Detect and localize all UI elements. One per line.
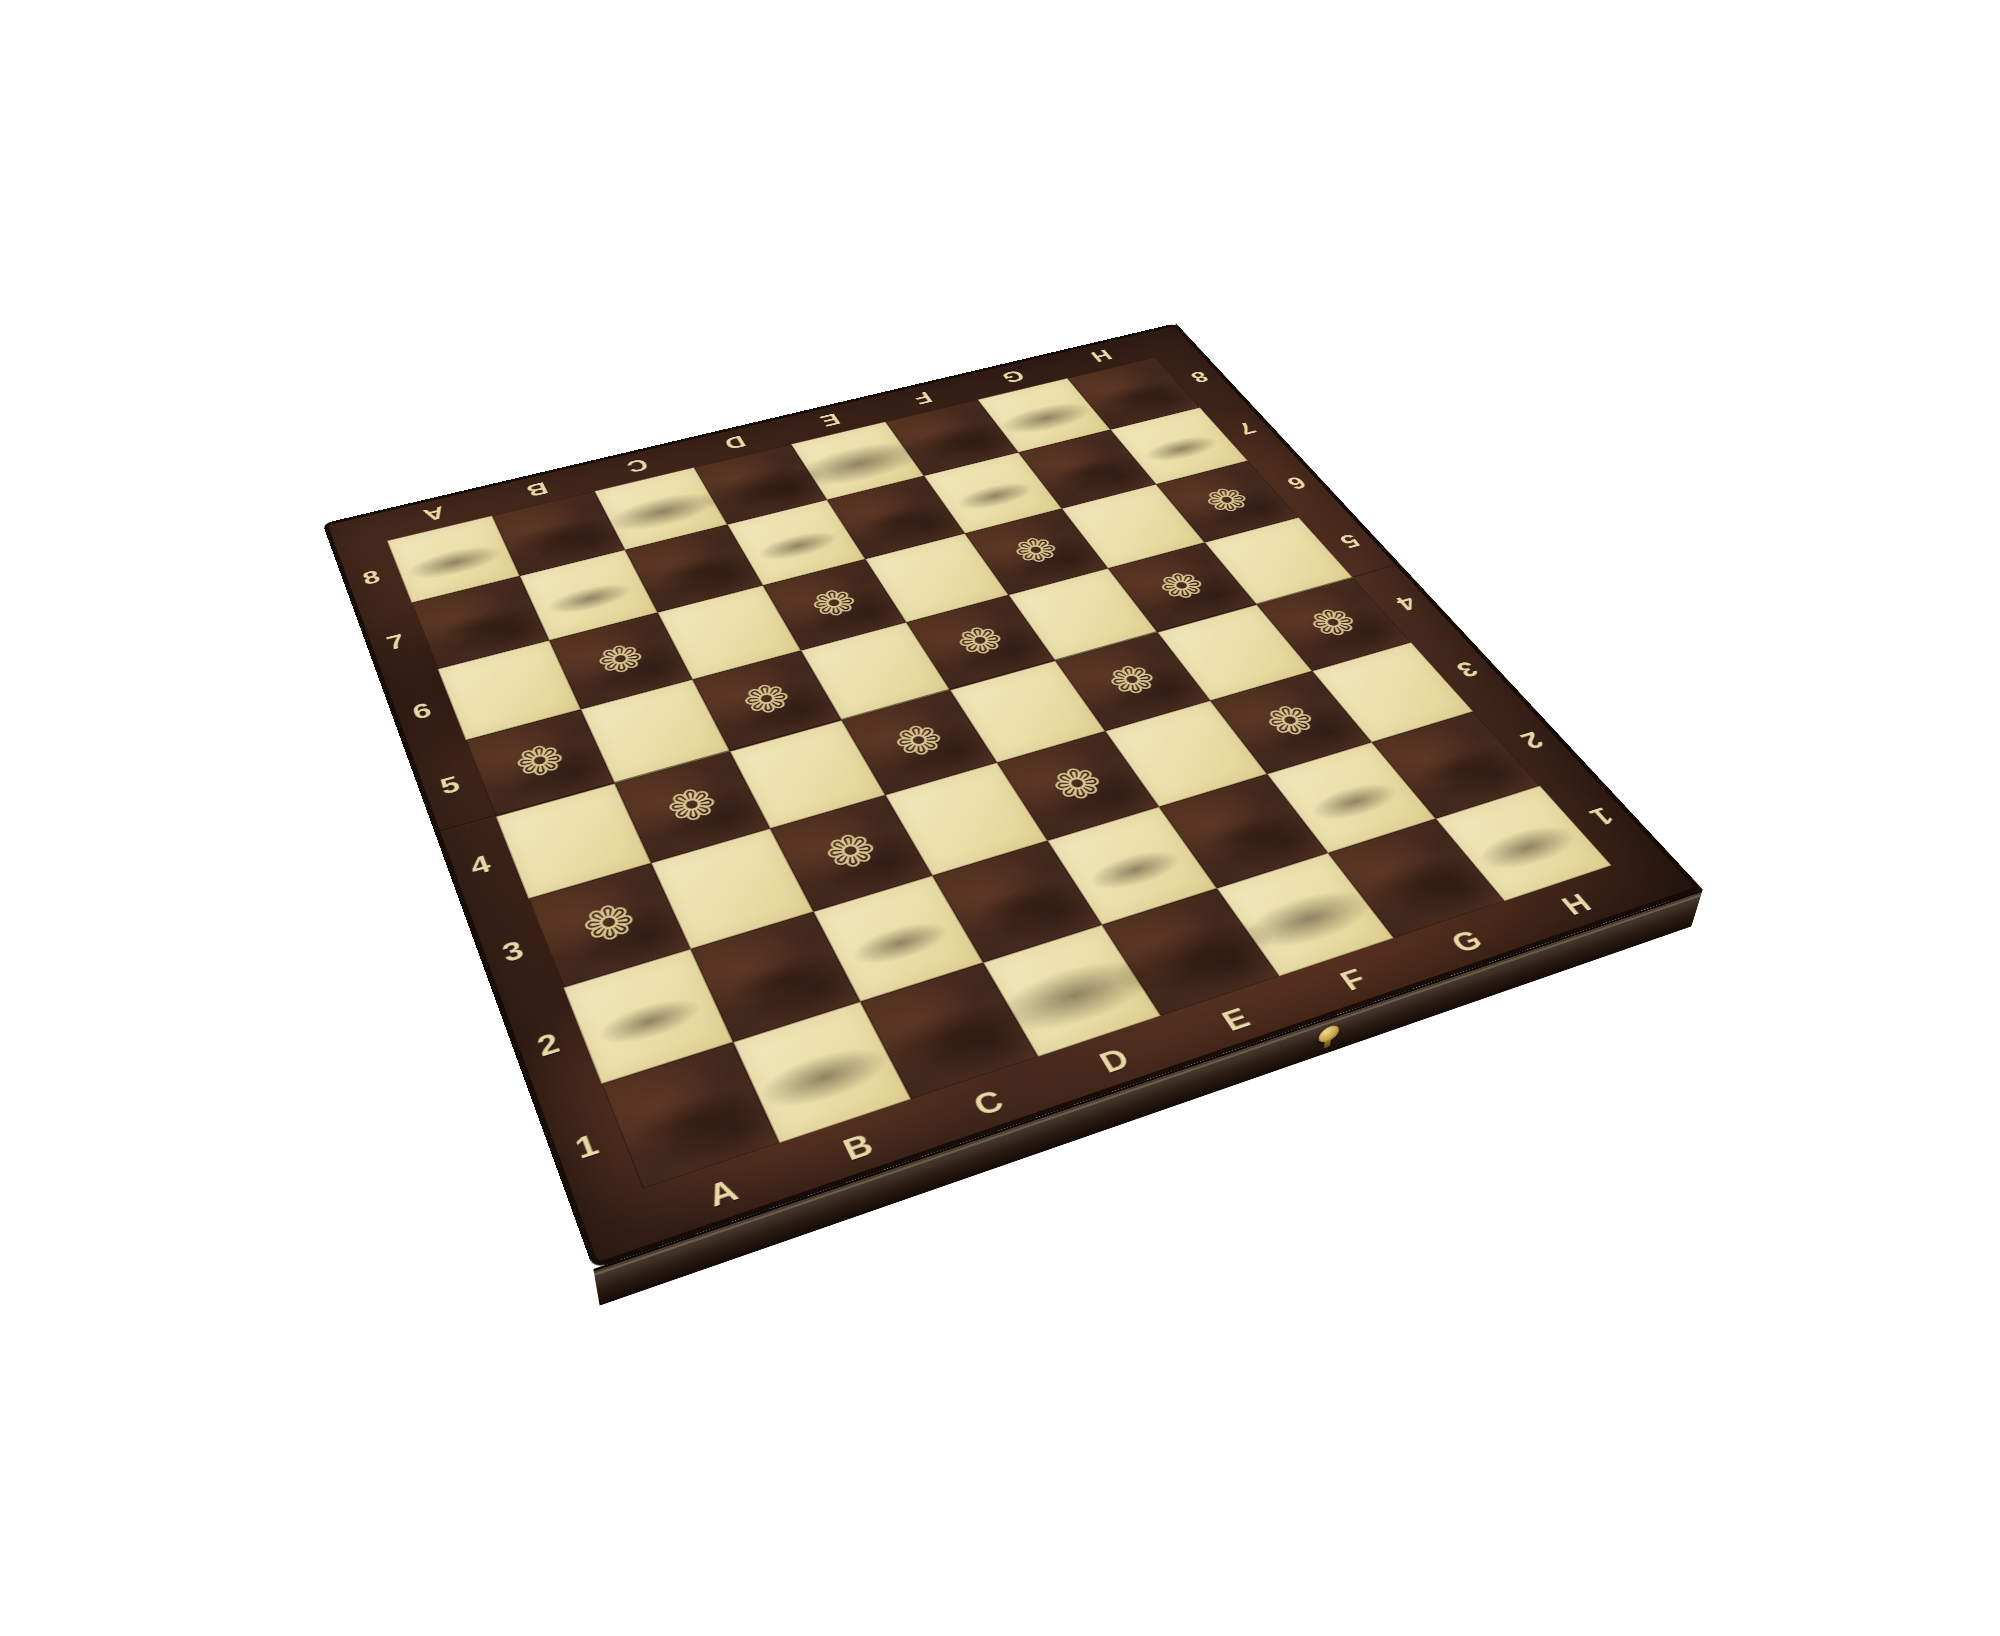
label-rank-5-right: 5: [1333, 529, 1365, 552]
label-rank-2-left: 2: [533, 1027, 565, 1064]
rosette-inlay-e5: ❁: [952, 622, 1008, 662]
label-file-g-bottom: G: [1444, 924, 1490, 960]
rosette-inlay-h6: ❁: [1199, 484, 1254, 518]
label-rank-1-left: 1: [570, 1127, 604, 1167]
scene: ❁❁❁❁❁❁❁❁❁❁❁❁❁❁❁❁ AABBCCDDEEFFGGHH1122334…: [0, 0, 2000, 1636]
rosette-inlay-a5: ❁: [513, 739, 565, 784]
rosette-inlay-d6: ❁: [808, 585, 861, 623]
label-rank-4-left: 4: [466, 850, 495, 881]
label-file-d-bottom: D: [1093, 1041, 1137, 1080]
label-rank-5-left: 5: [437, 771, 465, 800]
label-file-c-bottom: C: [968, 1083, 1011, 1123]
brass-latch: [1318, 1023, 1341, 1045]
white-rook-icon: ♜: [614, 922, 775, 1135]
label-file-a-bottom: A: [702, 1171, 744, 1214]
label-file-h-bottom: H: [1555, 888, 1600, 922]
rosette-inlay-b4: ❁: [664, 782, 720, 829]
label-rank-6-left: 6: [409, 698, 436, 725]
rosette-inlay-g5: ❁: [1153, 568, 1210, 606]
label-rank-6-right: 6: [1281, 472, 1311, 493]
label-file-f-bottom: F: [1334, 962, 1375, 997]
rosette-inlay-d4: ❁: [890, 719, 948, 763]
label-rank-7-right: 7: [1231, 418, 1260, 438]
chess-board: ❁❁❁❁❁❁❁❁❁❁❁❁❁❁❁❁ AABBCCDDEEFFGGHH1122334…: [322, 323, 1702, 1269]
label-rank-8-left: 8: [360, 566, 384, 590]
label-file-b-bottom: B: [837, 1126, 880, 1168]
rosette-inlay-f6: ❁: [1009, 533, 1063, 569]
square-b5[interactable]: [581, 679, 730, 783]
rosette-inlay-c5: ❁: [739, 679, 793, 721]
label-rank-7-left: 7: [384, 630, 410, 655]
square-a5[interactable]: ❁: [466, 709, 615, 816]
label-file-e-bottom: E: [1215, 1001, 1257, 1038]
rosette-inlay-b6: ❁: [595, 640, 646, 681]
label-rank-3-left: 3: [498, 935, 529, 969]
